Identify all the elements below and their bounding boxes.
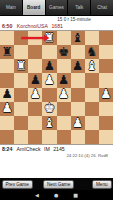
black-pawn: ♟	[44, 60, 55, 73]
square-c1[interactable]	[28, 130, 42, 144]
square-e8[interactable]	[57, 31, 71, 45]
square-c2[interactable]	[28, 116, 42, 130]
white-rook: ♜	[16, 60, 27, 73]
square-d6[interactable]: ♟	[42, 59, 56, 73]
square-b1[interactable]	[14, 130, 28, 144]
white-pawn: ♟	[1, 102, 12, 115]
square-a7[interactable]: ♜	[0, 45, 14, 59]
black-rook: ♜	[1, 46, 12, 59]
square-h6[interactable]	[99, 59, 113, 73]
square-e3[interactable]	[57, 102, 71, 116]
white-pawn: ♟	[100, 88, 111, 101]
white-pawn: ♟	[58, 88, 69, 101]
menu-button[interactable]: Menu	[92, 180, 112, 189]
app-window: MainBoardGamesTalkChat 15 0 r 15-minute …	[0, 0, 113, 200]
square-b8[interactable]	[14, 31, 28, 45]
bottom-player-title: IM	[44, 146, 50, 152]
square-a1[interactable]	[0, 130, 14, 144]
square-d7[interactable]	[42, 45, 56, 59]
last-move-status: 24:22:10 (4) 26. Rxd8	[66, 153, 108, 158]
square-c3[interactable]	[28, 102, 42, 116]
square-b2[interactable]	[14, 116, 28, 130]
square-f2[interactable]: ♟	[71, 116, 85, 130]
square-e5[interactable]: ♟	[57, 73, 71, 87]
tab-main[interactable]: Main	[0, 0, 23, 15]
recents-icon[interactable]: ■	[73, 193, 78, 198]
top-player-clock: 6:50	[2, 23, 12, 29]
square-f3[interactable]	[71, 102, 85, 116]
square-e2[interactable]	[57, 116, 71, 130]
square-d8[interactable]: ♜	[42, 31, 56, 45]
player-bottom: 8:24 AmICheck IM 2145	[2, 146, 65, 152]
square-c7[interactable]	[28, 45, 42, 59]
square-g3[interactable]	[85, 102, 99, 116]
android-nav-bar: ◀●■	[0, 190, 113, 200]
square-g7[interactable]: ♞	[85, 45, 99, 59]
square-a6[interactable]	[0, 59, 14, 73]
square-h4[interactable]: ♟	[99, 88, 113, 102]
black-pawn: ♟	[72, 60, 83, 73]
square-d1[interactable]	[42, 130, 56, 144]
square-b4[interactable]	[14, 88, 28, 102]
bottom-player-name: AmICheck	[17, 146, 41, 152]
black-pawn: ♟	[30, 74, 41, 87]
square-d4[interactable]	[42, 88, 56, 102]
square-f4[interactable]	[71, 88, 85, 102]
black-pawn: ♟	[58, 74, 69, 87]
square-g5[interactable]	[85, 73, 99, 87]
top-player-rating: 1681	[51, 23, 63, 29]
bottom-button-bar: Prev Game Next Game Menu	[0, 178, 113, 190]
black-king: ♚	[58, 46, 69, 59]
bottom-player-rating: 2145	[53, 146, 65, 152]
square-h2[interactable]	[99, 116, 113, 130]
square-b5[interactable]	[14, 73, 28, 87]
black-pawn: ♟	[1, 88, 12, 101]
square-b7[interactable]	[14, 45, 28, 59]
square-h5[interactable]	[99, 73, 113, 87]
square-h3[interactable]	[99, 102, 113, 116]
square-f5[interactable]	[71, 73, 85, 87]
white-pawn: ♟	[44, 74, 55, 87]
chess-board[interactable]: ♜♝♜♚♞♜♟♟♝♟♟♟♟♟♟♟♟♚♝♟	[0, 31, 113, 144]
square-h8[interactable]	[99, 31, 113, 45]
square-g2[interactable]	[85, 116, 99, 130]
square-h7[interactable]	[99, 45, 113, 59]
white-pawn: ♟	[30, 88, 41, 101]
square-a2[interactable]	[0, 116, 14, 130]
white-rook: ♜	[44, 32, 55, 45]
square-b3[interactable]	[14, 102, 28, 116]
white-bishop: ♝	[86, 60, 97, 73]
square-c5[interactable]: ♟	[28, 73, 42, 87]
black-bishop: ♝	[72, 32, 83, 45]
square-e4[interactable]: ♟	[57, 88, 71, 102]
square-a4[interactable]: ♟	[0, 88, 14, 102]
tab-board[interactable]: Board	[23, 0, 46, 15]
white-bishop: ♝	[44, 117, 55, 130]
square-c6[interactable]	[28, 59, 42, 73]
square-e7[interactable]: ♚	[57, 45, 71, 59]
square-f6[interactable]: ♟	[71, 59, 85, 73]
top-player-name: KorchnoiUSA	[17, 23, 48, 29]
square-d2[interactable]: ♝	[42, 116, 56, 130]
square-g6[interactable]: ♝	[85, 59, 99, 73]
square-a3[interactable]: ♟	[0, 102, 14, 116]
tab-bar: MainBoardGamesTalkChat	[0, 0, 113, 16]
bottom-player-clock: 8:24	[2, 146, 12, 152]
square-e6[interactable]	[57, 59, 71, 73]
black-knight: ♞	[86, 46, 97, 59]
square-g4[interactable]	[85, 88, 99, 102]
square-a5[interactable]	[0, 73, 14, 87]
square-d5[interactable]: ♟	[42, 73, 56, 87]
square-g1[interactable]	[85, 130, 99, 144]
white-pawn: ♟	[72, 117, 83, 130]
player-top: 6:50 KorchnoiUSA 1681	[2, 23, 63, 29]
prev-game-button[interactable]: Prev Game	[2, 180, 33, 189]
square-e1[interactable]	[57, 130, 71, 144]
square-c4[interactable]: ♟	[28, 88, 42, 102]
square-c8[interactable]	[28, 31, 42, 45]
white-king: ♚	[44, 102, 55, 115]
square-f1[interactable]	[71, 130, 85, 144]
time-control-label: 15 0 r 15-minute	[37, 17, 111, 22]
square-f7[interactable]	[71, 45, 85, 59]
home-icon[interactable]: ●	[54, 193, 58, 198]
square-d3[interactable]: ♚	[42, 102, 56, 116]
square-a8[interactable]	[0, 31, 14, 45]
square-f8[interactable]: ♝	[71, 31, 85, 45]
tab-chat[interactable]: Chat	[91, 0, 113, 15]
tab-talk[interactable]: Talk	[68, 0, 91, 15]
square-h1[interactable]	[99, 130, 113, 144]
square-g8[interactable]	[85, 31, 99, 45]
square-b6[interactable]: ♜	[14, 59, 28, 73]
back-icon[interactable]: ◀	[35, 193, 39, 198]
next-game-button[interactable]: Next Game	[43, 180, 74, 189]
tab-games[interactable]: Games	[46, 0, 69, 15]
